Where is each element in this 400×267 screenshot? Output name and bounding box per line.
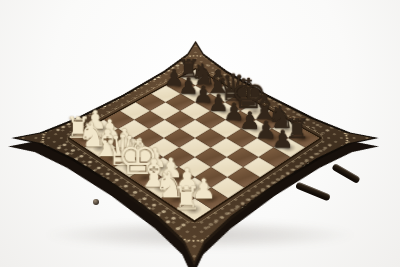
scene: МОНОМАХ МОНОМАХ ♜♞♝♛♚♝♞♜♟♟♟♟♟♟♟♟♟♟♟♟♟♟♟♟… xyxy=(0,0,400,267)
hinge-knob-icon xyxy=(93,199,99,205)
chess-board-case: МОНОМАХ МОНОМАХ ♜♞♝♛♚♝♞♜♟♟♟♟♟♟♟♟♟♟♟♟♟♟♟♟… xyxy=(11,41,379,266)
chess-piece-white-rook: ♜ xyxy=(173,183,201,215)
photo-backdrop: МОНОМАХ МОНОМАХ ♜♞♝♛♚♝♞♜♟♟♟♟♟♟♟♟♟♟♟♟♟♟♟♟… xyxy=(0,0,400,267)
checkerboard: ♜♞♝♛♚♝♞♜♟♟♟♟♟♟♟♟♟♟♟♟♟♟♟♟♜♞♝♛♚♝♞♜ xyxy=(68,68,323,222)
chess-piece-black-pawn: ♟ xyxy=(272,127,294,151)
